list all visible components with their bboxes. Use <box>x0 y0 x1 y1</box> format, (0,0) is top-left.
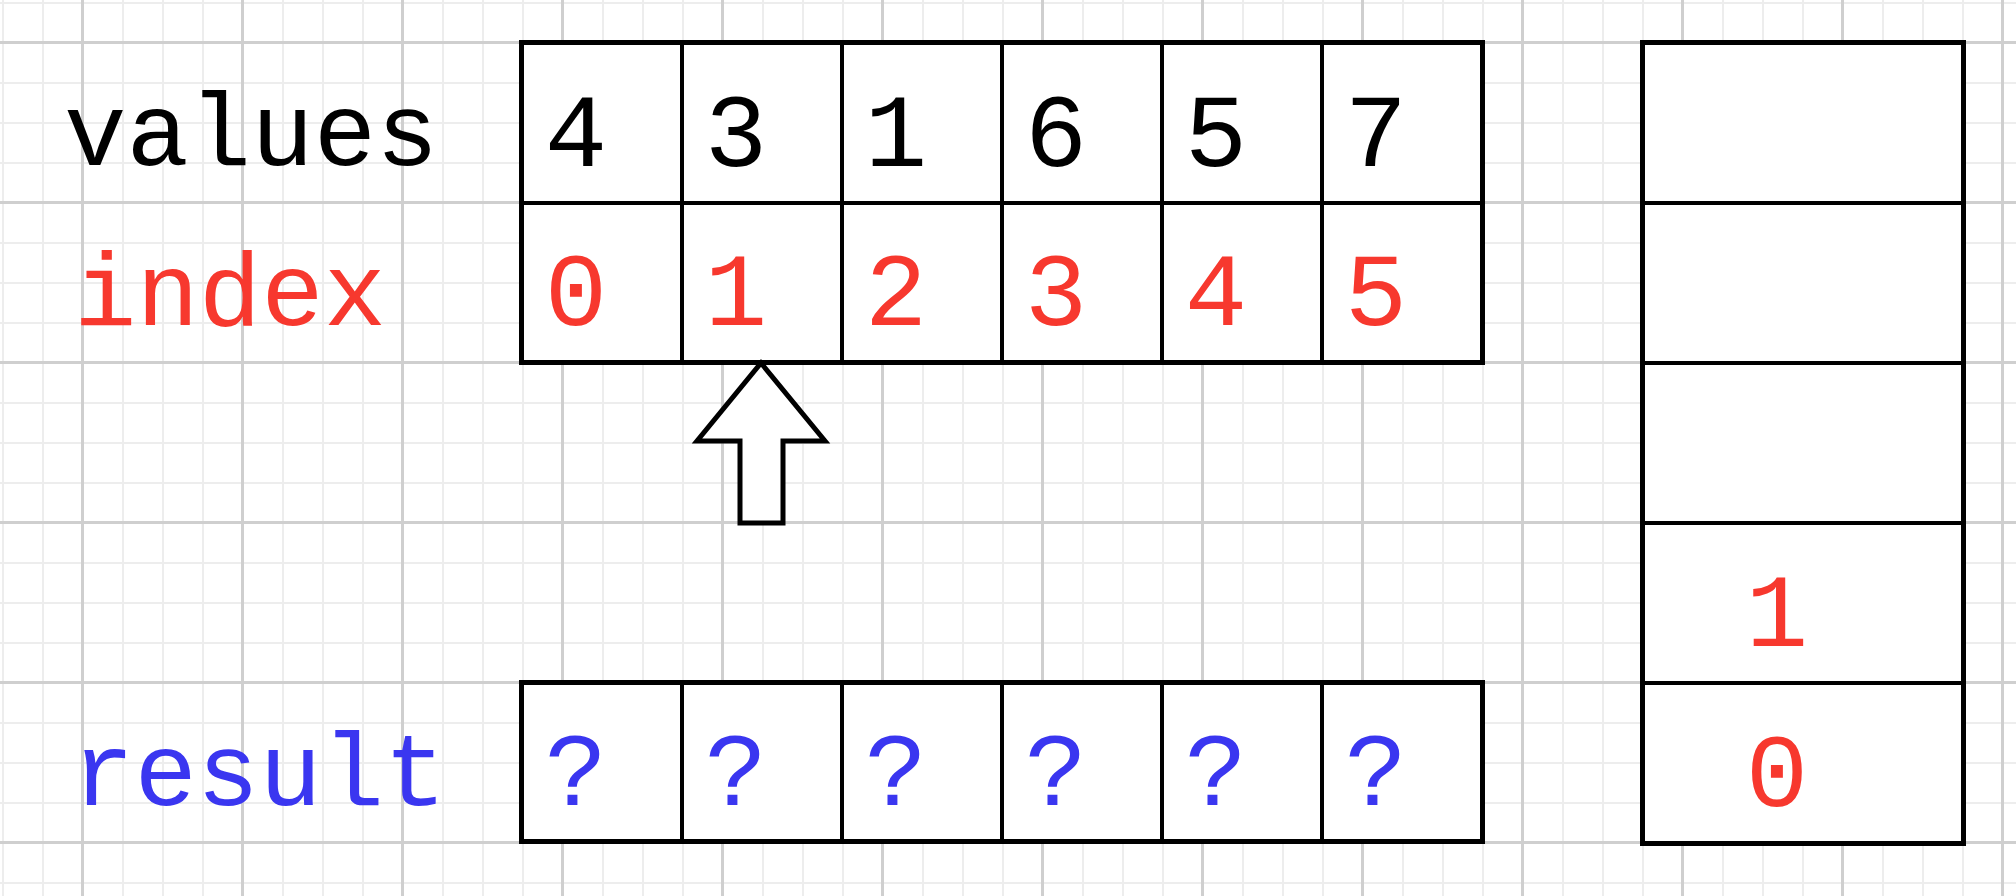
index-cell-0: 0 <box>522 203 682 363</box>
stack-cell-1 <box>1643 203 1963 363</box>
index-cell-1: 1 <box>682 203 842 363</box>
result-cell-4-text: ? <box>1185 725 1247 829</box>
values-cell-0: 4 <box>522 43 682 203</box>
result-label-text: result <box>72 725 446 829</box>
values-cell-3: 6 <box>1002 43 1162 203</box>
stack-cell-4-text: 0 <box>1746 726 1808 830</box>
values-cell-3-text: 6 <box>1025 86 1087 190</box>
index-cell-3-text: 3 <box>1025 245 1087 349</box>
index-label-text: index <box>74 245 386 349</box>
index-cell-2-text: 2 <box>865 245 927 349</box>
index-cell-5: 5 <box>1322 203 1482 363</box>
result-cell-2: ? <box>842 683 1002 841</box>
result-cell-0-text: ? <box>545 725 607 829</box>
result-cell-5-text: ? <box>1345 725 1407 829</box>
index-cell-0-text: 0 <box>545 245 607 349</box>
values-cell-2-text: 1 <box>865 86 927 190</box>
index-cell-5-text: 5 <box>1345 245 1407 349</box>
values-label-text: values <box>64 85 438 189</box>
result-cell-4: ? <box>1162 683 1322 841</box>
result-cell-3: ? <box>1002 683 1162 841</box>
values-cell-5: 7 <box>1322 43 1482 203</box>
values-cell-0-text: 4 <box>545 86 607 190</box>
stack-cell-3: 1 <box>1643 523 1963 683</box>
index-cell-4-text: 4 <box>1185 245 1247 349</box>
values-label: values <box>64 42 438 202</box>
index-cell-1-text: 1 <box>705 245 767 349</box>
index-cell-3: 3 <box>1002 203 1162 363</box>
values-cell-1: 3 <box>682 43 842 203</box>
up-arrow-icon <box>688 356 834 530</box>
result-label: result <box>72 682 446 842</box>
values-cell-4-text: 5 <box>1185 86 1247 190</box>
stack-cell-2 <box>1643 363 1963 523</box>
values-cell-2: 1 <box>842 43 1002 203</box>
values-cell-1-text: 3 <box>705 86 767 190</box>
index-label: index <box>74 202 386 362</box>
stack-cell-4: 0 <box>1643 683 1963 843</box>
values-cell-5-text: 7 <box>1345 86 1407 190</box>
values-index-table: 4 3 1 6 5 7 0 1 2 3 4 5 <box>519 40 1485 365</box>
values-cell-4: 5 <box>1162 43 1322 203</box>
result-cell-1: ? <box>682 683 842 841</box>
result-cell-2-text: ? <box>865 725 927 829</box>
result-cell-0: ? <box>522 683 682 841</box>
graph-paper-canvas: values index result 4 3 1 6 5 7 0 1 2 3 … <box>0 0 2016 896</box>
stack-cell-0 <box>1643 43 1963 203</box>
result-cell-1-text: ? <box>705 725 767 829</box>
result-cell-3-text: ? <box>1025 725 1087 829</box>
stack-cell-3-text: 1 <box>1746 566 1808 670</box>
result-table: ? ? ? ? ? ? <box>519 680 1485 844</box>
result-cell-5: ? <box>1322 683 1482 841</box>
index-cell-2: 2 <box>842 203 1002 363</box>
stack-column: 1 0 <box>1640 40 1966 846</box>
index-cell-4: 4 <box>1162 203 1322 363</box>
